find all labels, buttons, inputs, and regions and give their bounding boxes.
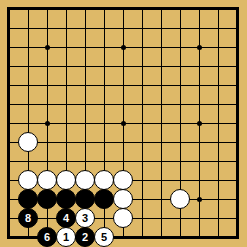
stone-black[interactable]	[18, 189, 38, 209]
star-point	[45, 121, 50, 126]
move-number-label: 2	[82, 232, 88, 243]
stone-white[interactable]	[75, 170, 95, 190]
grid-line-vertical	[237, 9, 238, 237]
move-number-label: 5	[101, 232, 107, 243]
move-number-label: 8	[25, 213, 31, 224]
stone-black[interactable]: 6	[37, 227, 57, 247]
stone-white[interactable]	[18, 132, 38, 152]
go-board[interactable]: 8436125	[0, 0, 247, 247]
star-point	[121, 121, 126, 126]
star-point	[197, 121, 202, 126]
stone-black[interactable]	[37, 189, 57, 209]
grid-line-vertical	[218, 9, 219, 237]
grid-line-horizontal	[9, 142, 237, 143]
stone-black[interactable]: 2	[75, 227, 95, 247]
grid-line-vertical	[142, 9, 143, 237]
grid-line-horizontal	[9, 161, 237, 162]
stone-black[interactable]	[56, 189, 76, 209]
grid-line-vertical	[161, 9, 162, 237]
move-number-label: 1	[63, 232, 69, 243]
stone-white[interactable]	[94, 170, 114, 190]
move-number-label: 3	[82, 213, 88, 224]
stone-black[interactable]: 4	[56, 208, 76, 228]
star-point	[45, 45, 50, 50]
stone-black[interactable]	[75, 189, 95, 209]
stone-white[interactable]: 5	[94, 227, 114, 247]
stone-white[interactable]	[170, 189, 190, 209]
stone-white[interactable]	[113, 208, 133, 228]
move-number-label: 4	[63, 213, 69, 224]
stone-white[interactable]	[18, 170, 38, 190]
star-point	[197, 197, 202, 202]
stone-black[interactable]: 8	[18, 208, 38, 228]
go-diagram: 8436125	[0, 0, 247, 247]
move-number-label: 6	[44, 232, 50, 243]
stone-white[interactable]: 1	[56, 227, 76, 247]
stone-white[interactable]	[113, 170, 133, 190]
stone-white[interactable]	[37, 170, 57, 190]
stone-white[interactable]: 3	[75, 208, 95, 228]
stone-white[interactable]	[113, 189, 133, 209]
stone-white[interactable]	[56, 170, 76, 190]
star-point	[121, 45, 126, 50]
stone-black[interactable]	[94, 189, 114, 209]
star-point	[197, 45, 202, 50]
